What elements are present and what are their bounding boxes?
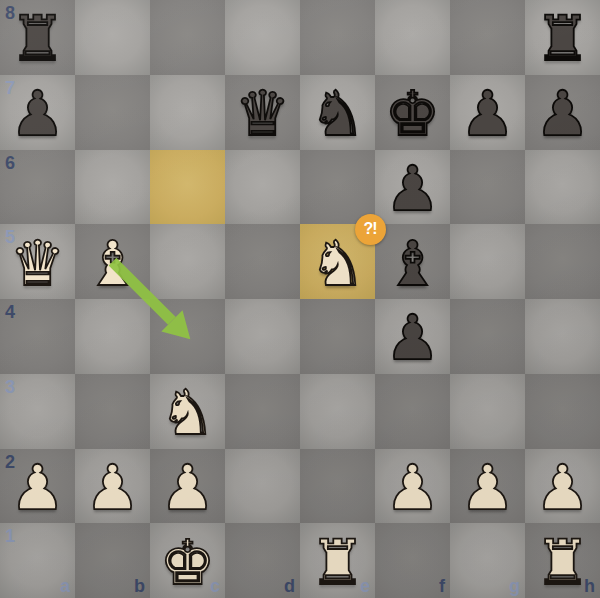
black-knight-e7[interactable]: ♞ bbox=[300, 77, 375, 152]
square-c8[interactable] bbox=[150, 0, 225, 75]
square-f6[interactable]: ♟ bbox=[375, 150, 450, 225]
square-f7[interactable]: ♚ bbox=[375, 75, 450, 150]
square-e1[interactable]: e♜ bbox=[300, 523, 375, 598]
black-pawn-a7[interactable]: ♟ bbox=[0, 77, 75, 152]
square-d7[interactable]: ♛ bbox=[225, 75, 300, 150]
black-pawn-g7[interactable]: ♟ bbox=[450, 77, 525, 152]
white-pawn-f2[interactable]: ♟ bbox=[375, 451, 450, 526]
white-pawn-g2[interactable]: ♟ bbox=[450, 451, 525, 526]
square-f1[interactable]: f bbox=[375, 523, 450, 598]
black-bishop-f5[interactable]: ♝ bbox=[375, 226, 450, 301]
square-e6[interactable] bbox=[300, 150, 375, 225]
square-g7[interactable]: ♟ bbox=[450, 75, 525, 150]
square-h8[interactable]: ♜ bbox=[525, 0, 600, 75]
file-label-a: a bbox=[60, 577, 70, 595]
black-rook-a8[interactable]: ♜ bbox=[0, 2, 75, 77]
white-pawn-h2[interactable]: ♟ bbox=[525, 451, 600, 526]
square-a5[interactable]: 5♛ bbox=[0, 224, 75, 299]
square-f2[interactable]: ♟ bbox=[375, 449, 450, 524]
chess-board: 8♜♜7♟♛♞♚♟♟6♟5♛♝♞♝4♟3♞2♟♟♟♟♟♟1abc♚de♜fgh♜ bbox=[0, 0, 600, 598]
white-pawn-c2[interactable]: ♟ bbox=[150, 451, 225, 526]
square-c2[interactable]: ♟ bbox=[150, 449, 225, 524]
square-d6[interactable] bbox=[225, 150, 300, 225]
square-g8[interactable] bbox=[450, 0, 525, 75]
square-d2[interactable] bbox=[225, 449, 300, 524]
file-label-f: f bbox=[439, 577, 445, 595]
square-e5[interactable]: ♞ bbox=[300, 224, 375, 299]
file-label-d: d bbox=[284, 577, 295, 595]
square-c6[interactable] bbox=[150, 150, 225, 225]
square-h2[interactable]: ♟ bbox=[525, 449, 600, 524]
white-queen-a5[interactable]: ♛ bbox=[0, 226, 75, 301]
square-d8[interactable] bbox=[225, 0, 300, 75]
square-b5[interactable]: ♝ bbox=[75, 224, 150, 299]
square-a8[interactable]: 8♜ bbox=[0, 0, 75, 75]
white-rook-h1[interactable]: ♜ bbox=[525, 525, 600, 598]
square-g3[interactable] bbox=[450, 374, 525, 449]
square-g2[interactable]: ♟ bbox=[450, 449, 525, 524]
square-d4[interactable] bbox=[225, 299, 300, 374]
black-rook-h8[interactable]: ♜ bbox=[525, 2, 600, 77]
square-b8[interactable] bbox=[75, 0, 150, 75]
file-label-g: g bbox=[509, 577, 520, 595]
square-a1[interactable]: 1a bbox=[0, 523, 75, 598]
square-g6[interactable] bbox=[450, 150, 525, 225]
square-e3[interactable] bbox=[300, 374, 375, 449]
square-a3[interactable]: 3 bbox=[0, 374, 75, 449]
square-f4[interactable]: ♟ bbox=[375, 299, 450, 374]
square-c1[interactable]: c♚ bbox=[150, 523, 225, 598]
square-c7[interactable] bbox=[150, 75, 225, 150]
white-bishop-b5[interactable]: ♝ bbox=[75, 226, 150, 301]
square-c4[interactable] bbox=[150, 299, 225, 374]
file-label-b: b bbox=[134, 577, 145, 595]
black-pawn-h7[interactable]: ♟ bbox=[525, 77, 600, 152]
white-rook-e1[interactable]: ♜ bbox=[300, 525, 375, 598]
square-e2[interactable] bbox=[300, 449, 375, 524]
square-h1[interactable]: h♜ bbox=[525, 523, 600, 598]
square-b3[interactable] bbox=[75, 374, 150, 449]
square-h6[interactable] bbox=[525, 150, 600, 225]
square-h4[interactable] bbox=[525, 299, 600, 374]
square-e7[interactable]: ♞ bbox=[300, 75, 375, 150]
square-a6[interactable]: 6 bbox=[0, 150, 75, 225]
black-king-f7[interactable]: ♚ bbox=[375, 77, 450, 152]
square-g1[interactable]: g bbox=[450, 523, 525, 598]
square-d5[interactable] bbox=[225, 224, 300, 299]
black-pawn-f6[interactable]: ♟ bbox=[375, 152, 450, 227]
square-f3[interactable] bbox=[375, 374, 450, 449]
black-queen-d7[interactable]: ♛ bbox=[225, 77, 300, 152]
square-c3[interactable]: ♞ bbox=[150, 374, 225, 449]
rank-label-1: 1 bbox=[5, 527, 15, 545]
white-pawn-b2[interactable]: ♟ bbox=[75, 451, 150, 526]
white-pawn-a2[interactable]: ♟ bbox=[0, 451, 75, 526]
white-king-c1[interactable]: ♚ bbox=[150, 525, 225, 598]
square-a7[interactable]: 7♟ bbox=[0, 75, 75, 150]
rank-label-6: 6 bbox=[5, 154, 15, 172]
rank-label-4: 4 bbox=[5, 303, 15, 321]
square-h7[interactable]: ♟ bbox=[525, 75, 600, 150]
square-b6[interactable] bbox=[75, 150, 150, 225]
square-f5[interactable]: ♝ bbox=[375, 224, 450, 299]
white-knight-e5[interactable]: ♞ bbox=[300, 226, 375, 301]
white-knight-c3[interactable]: ♞ bbox=[150, 376, 225, 451]
square-f8[interactable] bbox=[375, 0, 450, 75]
square-g5[interactable] bbox=[450, 224, 525, 299]
square-g4[interactable] bbox=[450, 299, 525, 374]
square-e8[interactable] bbox=[300, 0, 375, 75]
square-d3[interactable] bbox=[225, 374, 300, 449]
square-h3[interactable] bbox=[525, 374, 600, 449]
square-a4[interactable]: 4 bbox=[0, 299, 75, 374]
square-b2[interactable]: ♟ bbox=[75, 449, 150, 524]
chess-board-wrap: 8♜♜7♟♛♞♚♟♟6♟5♛♝♞♝4♟3♞2♟♟♟♟♟♟1abc♚de♜fgh♜… bbox=[0, 0, 600, 598]
square-b1[interactable]: b bbox=[75, 523, 150, 598]
square-h5[interactable] bbox=[525, 224, 600, 299]
square-c5[interactable] bbox=[150, 224, 225, 299]
square-b4[interactable] bbox=[75, 299, 150, 374]
black-pawn-f4[interactable]: ♟ bbox=[375, 301, 450, 376]
square-b7[interactable] bbox=[75, 75, 150, 150]
rank-label-3: 3 bbox=[5, 378, 15, 396]
square-a2[interactable]: 2♟ bbox=[0, 449, 75, 524]
square-e4[interactable] bbox=[300, 299, 375, 374]
square-d1[interactable]: d bbox=[225, 523, 300, 598]
